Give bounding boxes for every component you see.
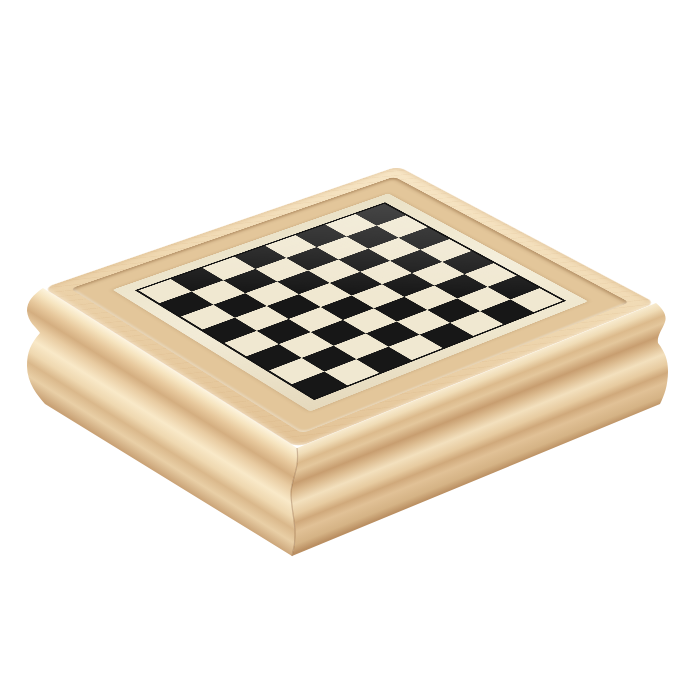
product-photo-stage [0, 0, 700, 700]
